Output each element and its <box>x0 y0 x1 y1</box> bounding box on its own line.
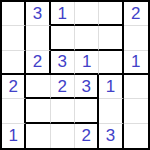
cell-r2c2: 3 <box>51 51 75 75</box>
cell-r3c1[interactable] <box>26 75 50 99</box>
cell-r1c4[interactable] <box>99 26 123 50</box>
cell-r2c5: 1 <box>124 51 148 75</box>
cell-r5c5[interactable] <box>124 124 148 148</box>
cell-r3c3: 3 <box>75 75 99 99</box>
cell-r5c3: 2 <box>75 124 99 148</box>
given-digit: 1 <box>58 5 67 22</box>
cell-r0c0[interactable] <box>2 2 26 26</box>
cell-r5c2[interactable] <box>51 124 75 148</box>
cell-r5c4: 3 <box>99 124 123 148</box>
given-digit: 3 <box>58 53 67 70</box>
cell-r2c4[interactable] <box>99 51 123 75</box>
cell-r1c0[interactable] <box>2 26 26 50</box>
cell-r0c4[interactable] <box>99 2 123 26</box>
cell-r0c1: 3 <box>26 2 50 26</box>
cell-r5c0: 1 <box>2 124 26 148</box>
cell-r5c1[interactable] <box>26 124 50 148</box>
given-digit: 3 <box>33 5 42 22</box>
cell-r0c3[interactable] <box>75 2 99 26</box>
given-digit: 2 <box>131 5 140 22</box>
given-digit: 1 <box>131 53 140 70</box>
cell-r3c5[interactable] <box>124 75 148 99</box>
cell-r3c4: 1 <box>99 75 123 99</box>
cell-r2c0[interactable] <box>2 51 26 75</box>
cell-r0c5: 2 <box>124 2 148 26</box>
cell-r1c1[interactable] <box>26 26 50 50</box>
cell-r2c3: 1 <box>75 51 99 75</box>
cell-r3c2: 2 <box>51 75 75 99</box>
cell-r4c2[interactable] <box>51 99 75 123</box>
cell-r1c2[interactable] <box>51 26 75 50</box>
cell-r4c3[interactable] <box>75 99 99 123</box>
cell-r1c3[interactable] <box>75 26 99 50</box>
given-digit: 1 <box>8 127 17 144</box>
given-digit: 2 <box>8 78 17 95</box>
given-digit: 3 <box>106 127 115 144</box>
cell-r0c2: 1 <box>51 2 75 26</box>
puzzle-board: 31223112231123 <box>0 0 150 150</box>
given-digit: 2 <box>58 78 67 95</box>
given-digit: 3 <box>81 78 90 95</box>
cell-r1c5[interactable] <box>124 26 148 50</box>
cell-r4c5[interactable] <box>124 99 148 123</box>
given-digit: 1 <box>106 78 115 95</box>
cell-r3c0: 2 <box>2 75 26 99</box>
given-digit: 2 <box>33 53 42 70</box>
given-digit: 1 <box>82 53 91 70</box>
cell-r4c4[interactable] <box>99 99 123 123</box>
cell-r4c1[interactable] <box>26 99 50 123</box>
cell-r2c1: 2 <box>26 51 50 75</box>
cell-r4c0[interactable] <box>2 99 26 123</box>
given-digit: 2 <box>81 127 90 144</box>
